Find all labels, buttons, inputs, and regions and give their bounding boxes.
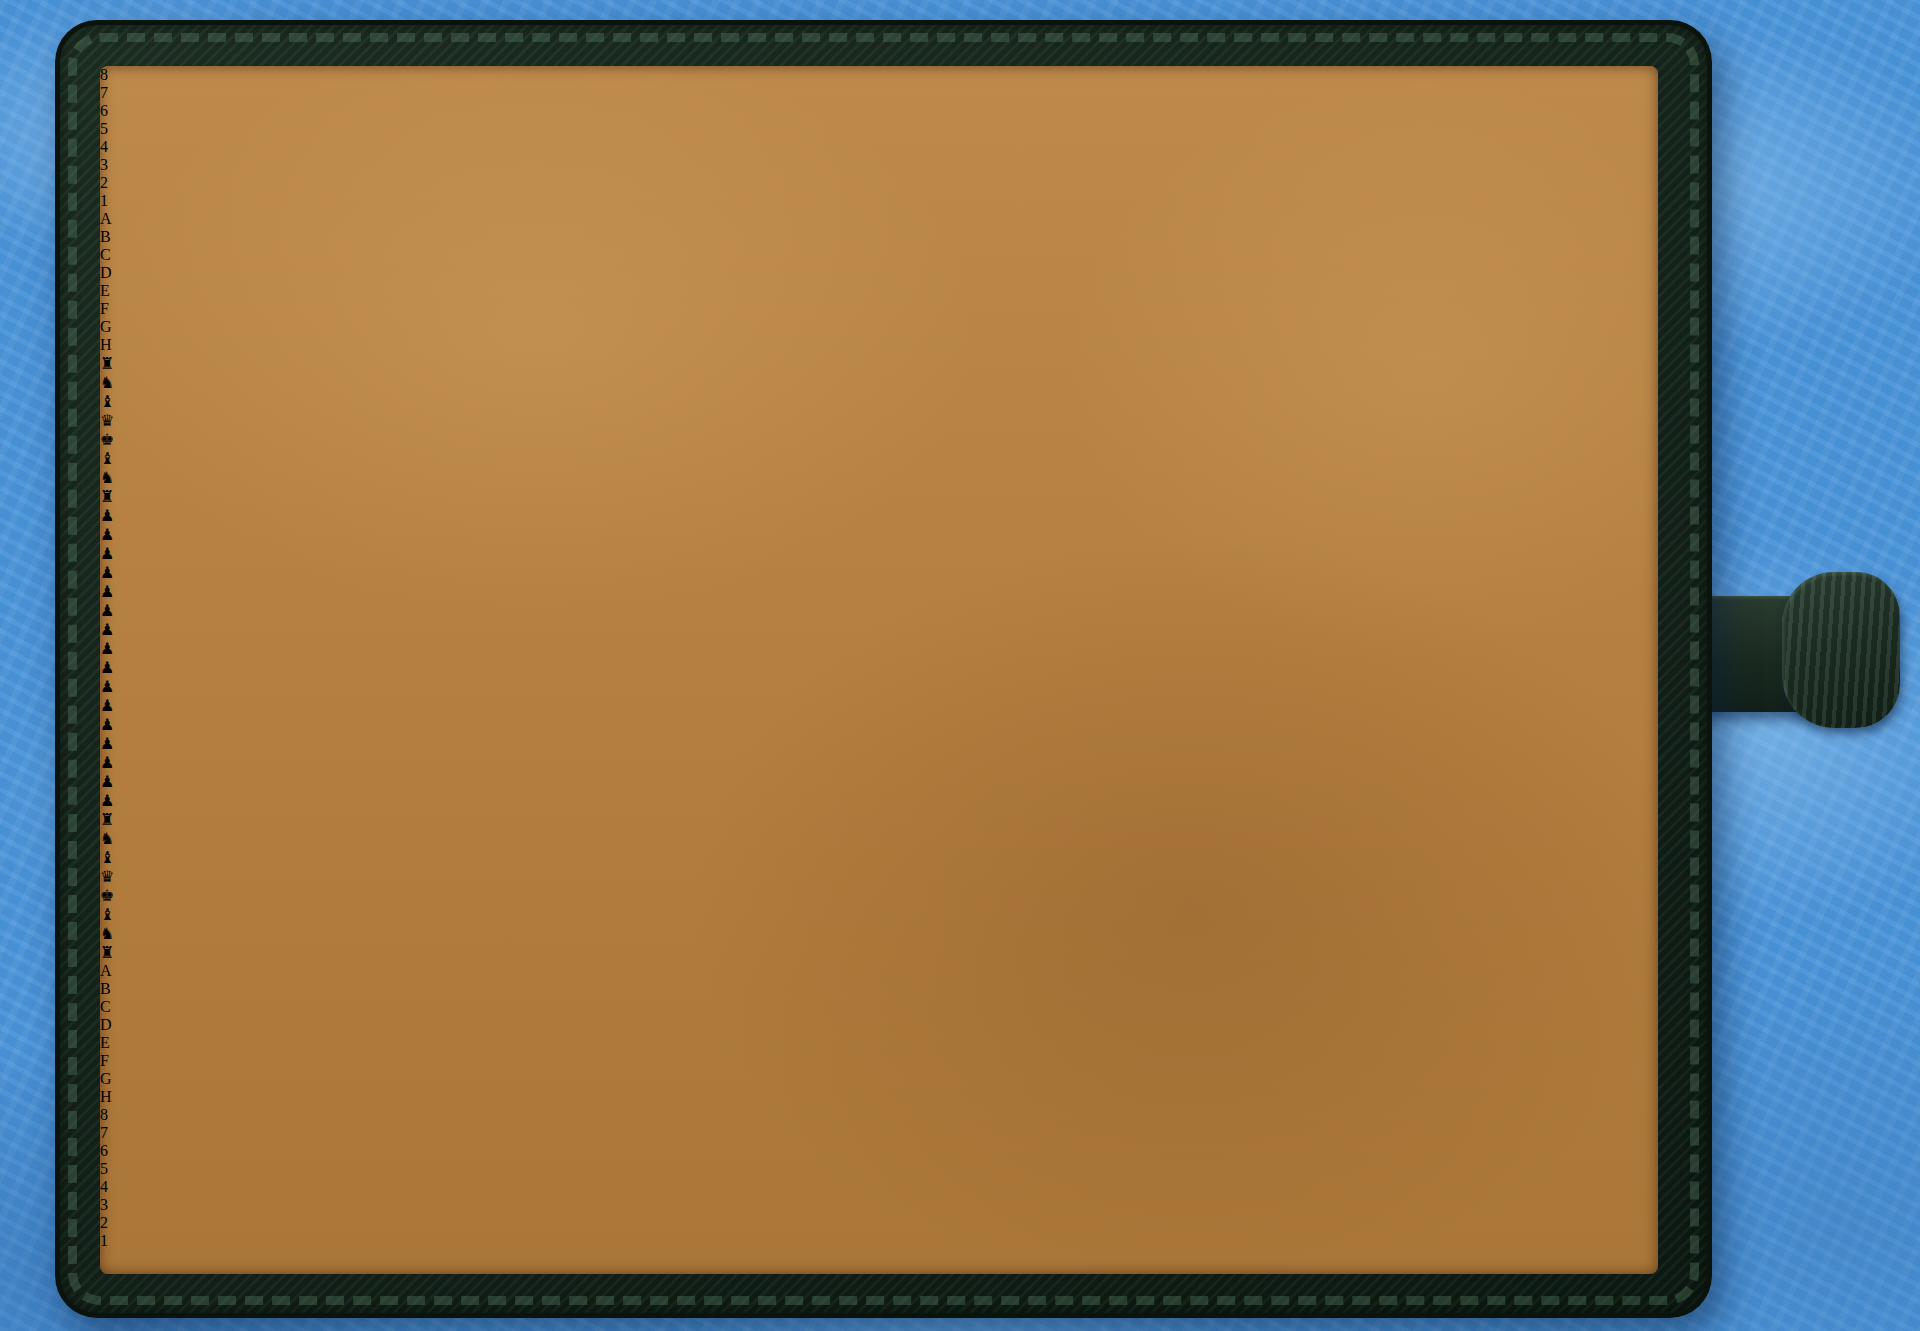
chess-wallet: 87654321 ABCDEFGH ♜♞♝♛♚♝♞♜♟♟♟♟♟♟♟♟♟♟♟♟♟♟…: [55, 20, 1712, 1318]
panel-stitch-line: [100, 66, 108, 1274]
right-storage-panel: [1452, 66, 1658, 1274]
wallet-interior: 87654321 ABCDEFGH ♜♞♝♛♚♝♞♜♟♟♟♟♟♟♟♟♟♟♟♟♟♟…: [100, 66, 1658, 1274]
panel-stitch-line: [1553, 66, 1561, 1274]
panel-stitch-line: [219, 66, 227, 1274]
clasp-strap[interactable]: [1690, 596, 1882, 712]
panel-stitch-line: [337, 66, 345, 1274]
clasp-strap-flap[interactable]: [1782, 572, 1900, 728]
panel-stitch-line: [1650, 66, 1658, 1274]
left-storage-panel: [100, 66, 345, 1274]
panel-stitch-line: [1452, 66, 1460, 1274]
